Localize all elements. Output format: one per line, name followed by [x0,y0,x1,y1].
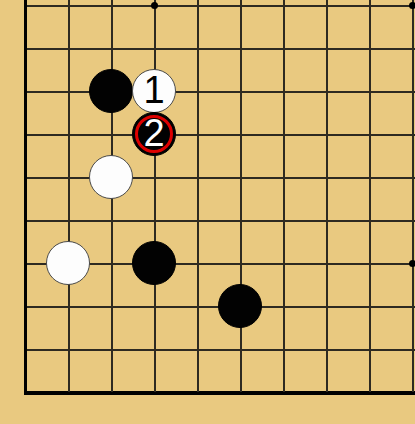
intersection-K3[interactable] [391,285,415,328]
intersection-G1[interactable] [262,371,305,414]
intersection-B1[interactable] [47,371,90,414]
star-point-K4 [409,260,415,267]
star-point-K10 [409,2,415,9]
intersection-J1[interactable] [348,371,391,414]
intersection-D5[interactable] [133,199,176,242]
intersection-C5[interactable] [90,199,133,242]
intersection-H2[interactable] [305,328,348,371]
intersection-G6[interactable] [262,156,305,199]
intersection-D3[interactable] [133,285,176,328]
intersection-A3[interactable] [4,285,47,328]
intersection-E10[interactable] [176,0,219,27]
intersection-H8[interactable] [305,70,348,113]
intersection-E3[interactable] [176,285,219,328]
intersection-H9[interactable] [305,27,348,70]
intersection-J9[interactable] [348,27,391,70]
intersection-E9[interactable] [176,27,219,70]
stone-black-F3[interactable] [218,284,262,328]
intersection-E7[interactable] [176,113,219,156]
intersection-K6[interactable] [391,156,415,199]
go-board [4,0,415,414]
intersection-A5[interactable] [4,199,47,242]
stone-black-C8[interactable] [89,69,133,113]
intersection-J3[interactable] [348,285,391,328]
intersection-J2[interactable] [348,328,391,371]
intersection-A9[interactable] [4,27,47,70]
intersection-K8[interactable] [391,70,415,113]
intersection-B3[interactable] [47,285,90,328]
stone-black-D7[interactable]: 2 [132,112,176,156]
intersection-K1[interactable] [391,371,415,414]
intersection-A4[interactable] [4,242,47,285]
stone-black-D4[interactable] [132,241,176,285]
intersection-G5[interactable] [262,199,305,242]
intersection-A10[interactable] [4,0,47,27]
intersection-J10[interactable] [348,0,391,27]
go-diagram: 12 [0,0,415,424]
intersection-G3[interactable] [262,285,305,328]
intersection-G4[interactable] [262,242,305,285]
intersection-G7[interactable] [262,113,305,156]
intersection-F7[interactable] [219,113,262,156]
intersection-J8[interactable] [348,70,391,113]
intersection-D1[interactable] [133,371,176,414]
intersection-F5[interactable] [219,199,262,242]
intersection-K2[interactable] [391,328,415,371]
intersection-A2[interactable] [4,328,47,371]
intersection-D9[interactable] [133,27,176,70]
intersection-F9[interactable] [219,27,262,70]
intersection-K5[interactable] [391,199,415,242]
move-number-label: 2 [143,114,164,152]
intersection-K7[interactable] [391,113,415,156]
intersection-J5[interactable] [348,199,391,242]
stone-white-D8[interactable]: 1 [132,69,176,113]
intersection-B10[interactable] [47,0,90,27]
intersection-A7[interactable] [4,113,47,156]
intersection-J7[interactable] [348,113,391,156]
intersection-D2[interactable] [133,328,176,371]
star-point-D10 [151,2,158,9]
intersection-C3[interactable] [90,285,133,328]
intersection-H3[interactable] [305,285,348,328]
intersection-H5[interactable] [305,199,348,242]
intersection-E2[interactable] [176,328,219,371]
intersection-B7[interactable] [47,113,90,156]
intersection-C7[interactable] [90,113,133,156]
intersection-E6[interactable] [176,156,219,199]
intersection-C1[interactable] [90,371,133,414]
intersection-A1[interactable] [4,371,47,414]
intersection-F2[interactable] [219,328,262,371]
intersection-B8[interactable] [47,70,90,113]
intersection-F6[interactable] [219,156,262,199]
intersection-A8[interactable] [4,70,47,113]
intersection-E5[interactable] [176,199,219,242]
intersection-C10[interactable] [90,0,133,27]
intersection-E1[interactable] [176,371,219,414]
intersection-F1[interactable] [219,371,262,414]
intersection-J6[interactable] [348,156,391,199]
intersection-H1[interactable] [305,371,348,414]
intersection-G9[interactable] [262,27,305,70]
stone-white-C6[interactable] [89,155,133,199]
intersection-H4[interactable] [305,242,348,285]
intersection-E8[interactable] [176,70,219,113]
intersection-A6[interactable] [4,156,47,199]
intersection-F10[interactable] [219,0,262,27]
intersection-C4[interactable] [90,242,133,285]
intersection-E4[interactable] [176,242,219,285]
intersection-B2[interactable] [47,328,90,371]
intersection-J4[interactable] [348,242,391,285]
intersection-G8[interactable] [262,70,305,113]
intersection-C9[interactable] [90,27,133,70]
intersection-K9[interactable] [391,27,415,70]
intersection-B9[interactable] [47,27,90,70]
intersection-C2[interactable] [90,328,133,371]
intersection-H10[interactable] [305,0,348,27]
intersection-D6[interactable] [133,156,176,199]
intersection-G10[interactable] [262,0,305,27]
intersection-F4[interactable] [219,242,262,285]
move-number-label: 1 [143,71,164,109]
stone-white-B4[interactable] [46,241,90,285]
intersection-F8[interactable] [219,70,262,113]
intersection-H6[interactable] [305,156,348,199]
intersection-B5[interactable] [47,199,90,242]
intersection-H7[interactable] [305,113,348,156]
intersection-G2[interactable] [262,328,305,371]
intersection-B6[interactable] [47,156,90,199]
